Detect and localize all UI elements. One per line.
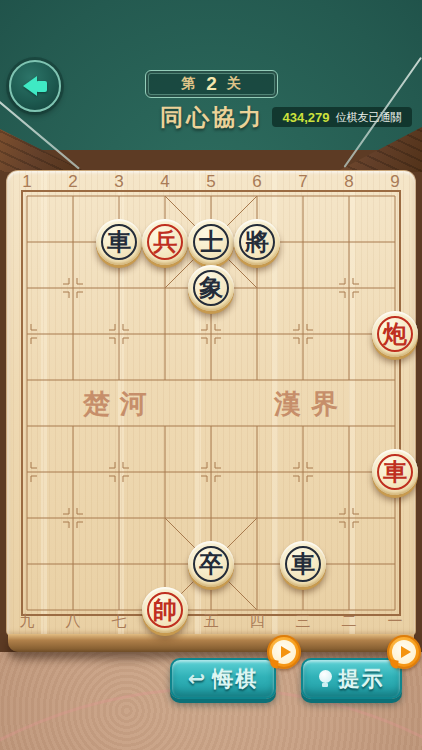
piece-black-chariot[interactable]: 車	[96, 219, 142, 265]
cleared-label: 位棋友已通關	[336, 110, 402, 125]
back-button[interactable]	[9, 60, 61, 112]
piece-red-cannon[interactable]: 炮	[372, 311, 418, 357]
watch-ad-play-badge[interactable]	[267, 635, 301, 669]
xiangqi-board: 123456789 楚河 漢界 車兵士將象炮車卒車帥 九八七六五四三二一	[6, 170, 416, 652]
piece-black-elephant[interactable]: 象	[188, 265, 234, 311]
back-arrow-icon	[23, 76, 47, 96]
undo-button-label: 悔棋	[212, 665, 258, 693]
piece-red-soldier[interactable]: 兵	[142, 219, 188, 265]
level-subtitle: 同心協力	[130, 102, 294, 133]
undo-move-button[interactable]: ↩ 悔棋	[170, 658, 276, 699]
level-prefix: 第	[181, 75, 196, 93]
piece-black-soldier[interactable]: 卒	[188, 541, 234, 587]
pieces-layer: 車兵士將象炮車卒車帥	[4, 173, 418, 633]
lightbulb-icon	[319, 670, 332, 687]
piece-black-chariot[interactable]: 車	[280, 541, 326, 587]
hint-button-label: 提示	[339, 665, 385, 693]
undo-arrow-icon: ↩	[188, 668, 206, 689]
piece-red-general[interactable]: 帥	[142, 587, 188, 633]
piece-black-general[interactable]: 將	[234, 219, 280, 265]
level-suffix: 关	[227, 75, 242, 93]
piece-red-chariot[interactable]: 車	[372, 449, 418, 495]
level-number: 2	[206, 73, 217, 95]
game-screen: 第 2 关 同心協力 434,279 位棋友已通關 123456789 楚河 漢…	[0, 0, 422, 750]
piece-black-advisor[interactable]: 士	[188, 219, 234, 265]
watch-ad-play-badge[interactable]	[387, 635, 421, 669]
level-plaque: 第 2 关	[145, 70, 278, 98]
board-edge-ledge	[8, 634, 414, 652]
hint-button[interactable]: 提示	[301, 658, 402, 699]
